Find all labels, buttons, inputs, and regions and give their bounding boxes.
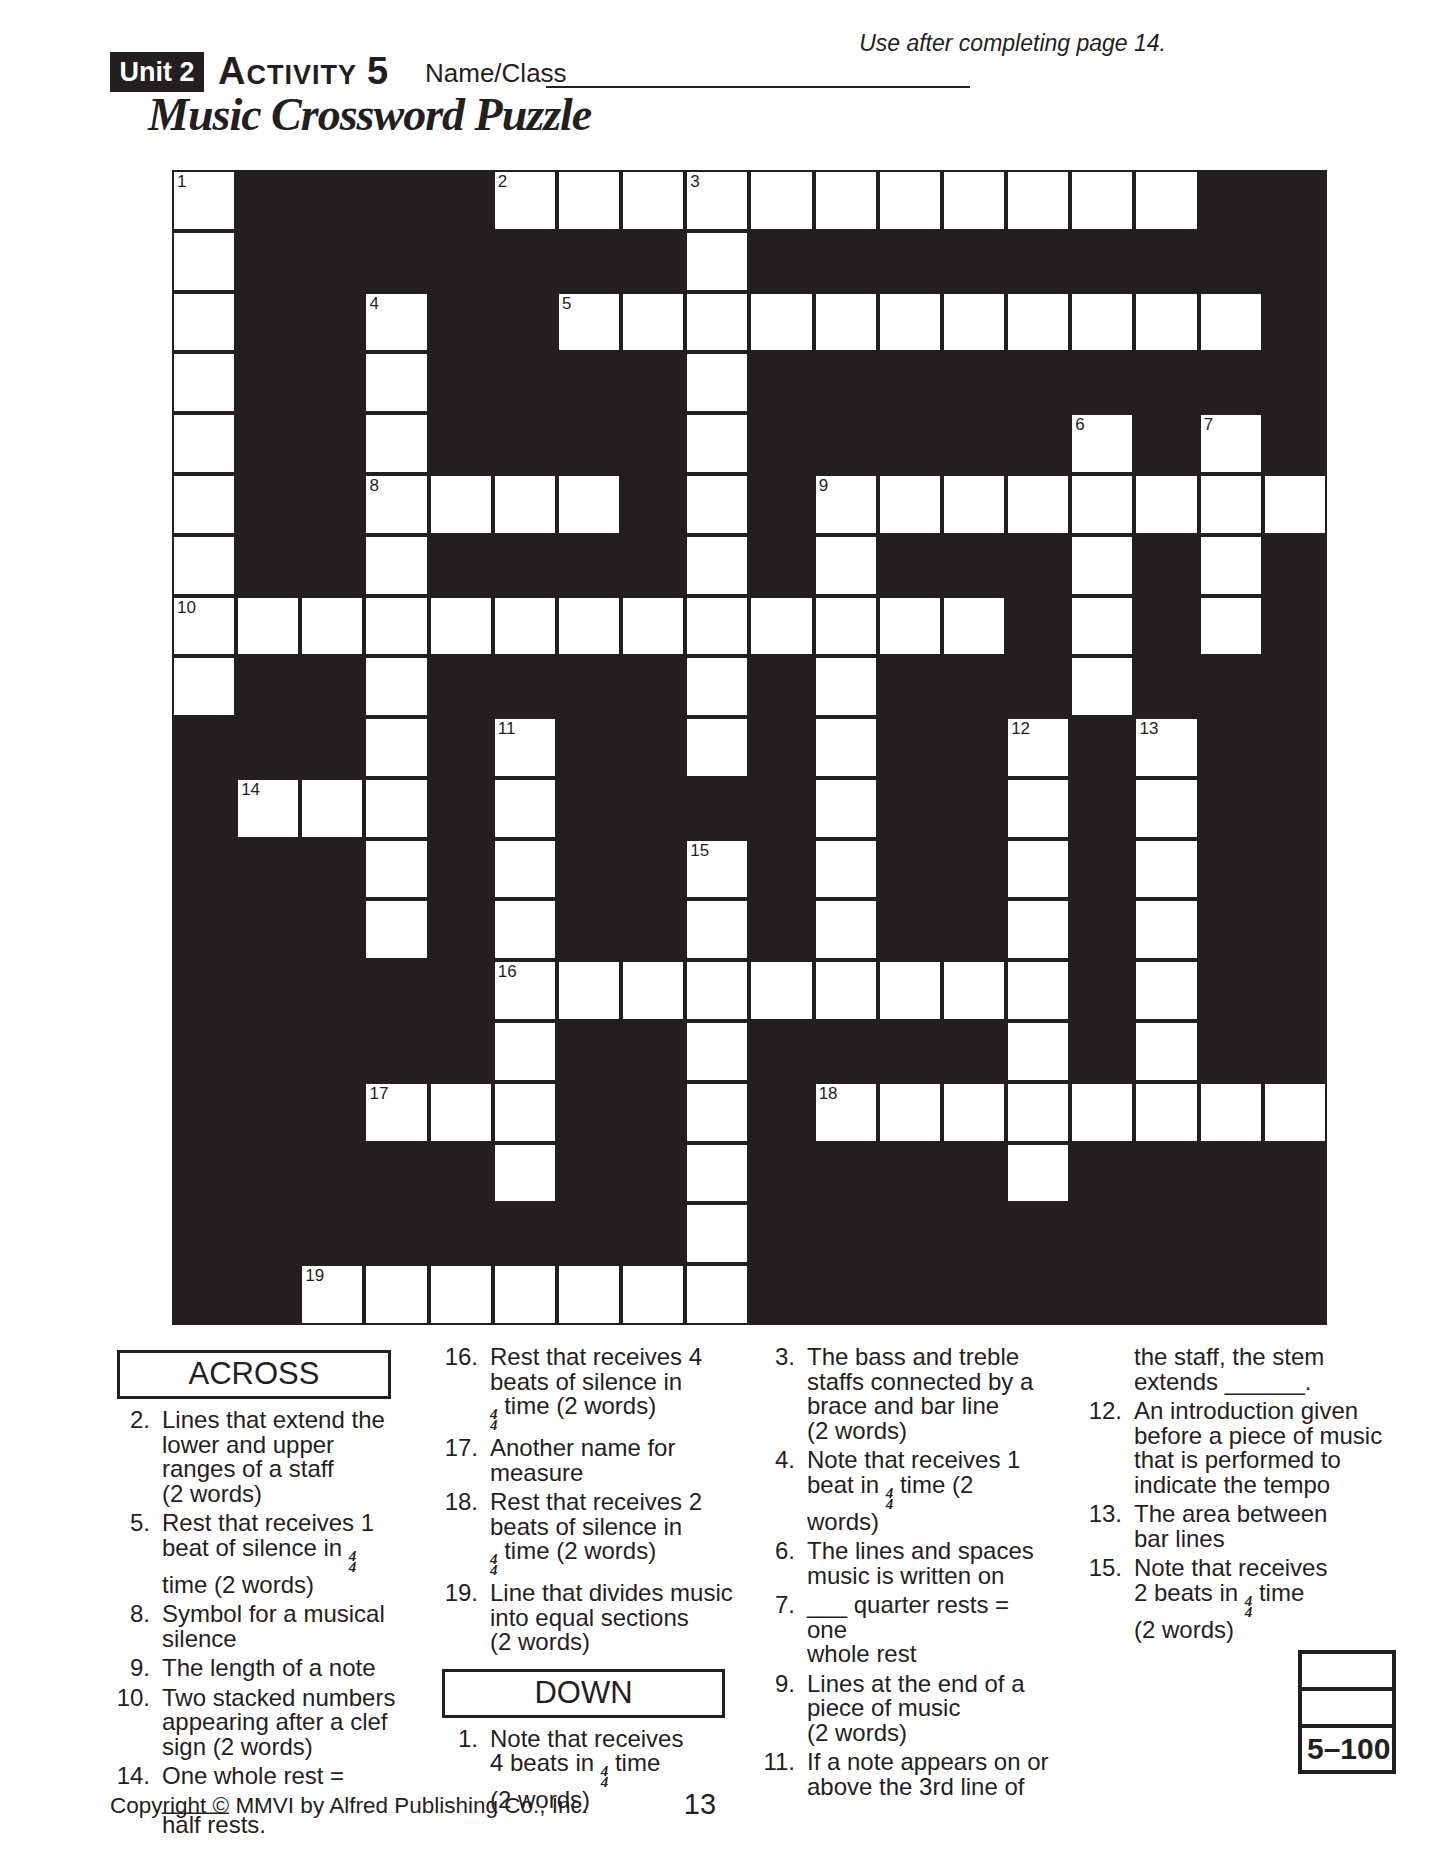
clue-text: Another name formeasure bbox=[490, 1436, 675, 1485]
black-cell-r7c13 bbox=[1006, 596, 1070, 657]
black-cell-r14c2 bbox=[300, 1021, 364, 1082]
black-cell-r3c13 bbox=[1006, 352, 1070, 413]
name-class-blank-line[interactable] bbox=[546, 56, 970, 88]
white-cell-r4c3[interactable] bbox=[364, 413, 428, 474]
white-cell-r8c14[interactable] bbox=[1070, 656, 1134, 717]
clue-text: Rest that receives 4beats of silence in4… bbox=[490, 1345, 702, 1431]
white-cell-r15c3[interactable]: 17 bbox=[364, 1082, 428, 1143]
white-cell-r18c2[interactable]: 19 bbox=[300, 1264, 364, 1325]
black-cell-r14c12 bbox=[942, 1021, 1006, 1082]
white-cell-r15c13[interactable] bbox=[1006, 1082, 1070, 1143]
white-cell-r13c11[interactable] bbox=[878, 960, 942, 1021]
black-cell-r14c17 bbox=[1263, 1021, 1327, 1082]
clue-column-1: ACROSS 2.Lines that extend thelower and … bbox=[100, 1350, 412, 1843]
clue-text: The area betweenbar lines bbox=[1134, 1502, 1327, 1551]
clue-number: 10. bbox=[100, 1686, 162, 1760]
top-right-note: Use after completing page 14. bbox=[800, 30, 1166, 57]
white-cell-r13c12[interactable] bbox=[942, 960, 1006, 1021]
black-cell-r3c4 bbox=[429, 352, 493, 413]
black-cell-r12c14 bbox=[1070, 899, 1134, 960]
white-cell-r0c12[interactable] bbox=[942, 170, 1006, 231]
white-cell-r10c13[interactable] bbox=[1006, 778, 1070, 839]
black-cell-r18c1 bbox=[236, 1264, 300, 1325]
black-cell-r18c9 bbox=[749, 1264, 813, 1325]
white-cell-r11c13[interactable] bbox=[1006, 839, 1070, 900]
black-cell-r6c7 bbox=[621, 535, 685, 596]
white-cell-r18c8[interactable] bbox=[685, 1264, 749, 1325]
white-cell-r0c7[interactable] bbox=[621, 170, 685, 231]
black-cell-r17c9 bbox=[749, 1203, 813, 1264]
clue-number: 7. bbox=[745, 1593, 807, 1667]
clue-across-2: 2.Lines that extend thelower and upperra… bbox=[100, 1408, 412, 1506]
black-cell-r6c1 bbox=[236, 535, 300, 596]
clue-across-5: 5.Rest that receives 1beat of silence in… bbox=[100, 1511, 412, 1597]
black-cell-r8c5 bbox=[493, 656, 557, 717]
black-cell-r18c13 bbox=[1006, 1264, 1070, 1325]
white-cell-r12c8[interactable] bbox=[685, 899, 749, 960]
white-cell-r7c0[interactable]: 10 bbox=[172, 596, 236, 657]
white-cell-r8c3[interactable] bbox=[364, 656, 428, 717]
black-cell-r16c9 bbox=[749, 1143, 813, 1204]
black-cell-r3c6 bbox=[557, 352, 621, 413]
black-cell-r6c12 bbox=[942, 535, 1006, 596]
white-cell-r12c15[interactable] bbox=[1134, 899, 1198, 960]
clue-across-18: 18.Rest that receives 2beats of silence … bbox=[428, 1490, 733, 1576]
white-cell-r10c5[interactable] bbox=[493, 778, 557, 839]
black-cell-r11c1 bbox=[236, 839, 300, 900]
black-cell-r15c0 bbox=[172, 1082, 236, 1143]
black-cell-r8c2 bbox=[300, 656, 364, 717]
white-cell-r15c10[interactable]: 18 bbox=[814, 1082, 878, 1143]
white-cell-r10c15[interactable] bbox=[1134, 778, 1198, 839]
white-cell-r12c13[interactable] bbox=[1006, 899, 1070, 960]
white-cell-r16c13[interactable] bbox=[1006, 1143, 1070, 1204]
white-cell-r9c10[interactable] bbox=[814, 717, 878, 778]
clue-text: Rest that receives 1beat of silence in 4… bbox=[162, 1511, 374, 1597]
white-cell-r6c14[interactable] bbox=[1070, 535, 1134, 596]
white-cell-r4c16[interactable]: 7 bbox=[1199, 413, 1263, 474]
black-cell-r0c3 bbox=[364, 170, 428, 231]
black-cell-r1c4 bbox=[429, 231, 493, 292]
black-cell-r9c16 bbox=[1199, 717, 1263, 778]
black-cell-r17c11 bbox=[878, 1203, 942, 1264]
white-cell-r12c3[interactable] bbox=[364, 899, 428, 960]
white-cell-r7c16[interactable] bbox=[1199, 596, 1263, 657]
white-cell-r2c3[interactable]: 4 bbox=[364, 292, 428, 353]
clue-text: An introduction givenbefore a piece of m… bbox=[1134, 1399, 1382, 1497]
white-cell-r10c10[interactable] bbox=[814, 778, 878, 839]
white-cell-r1c0[interactable] bbox=[172, 231, 236, 292]
black-cell-r4c4 bbox=[429, 413, 493, 474]
black-cell-r10c8 bbox=[685, 778, 749, 839]
clue-text: the staff, the stemextends ______. bbox=[1134, 1345, 1324, 1394]
black-cell-r12c1 bbox=[236, 899, 300, 960]
white-cell-r7c7[interactable] bbox=[621, 596, 685, 657]
black-cell-r15c2 bbox=[300, 1082, 364, 1143]
black-cell-r18c12 bbox=[942, 1264, 1006, 1325]
black-cell-r18c17 bbox=[1263, 1264, 1327, 1325]
white-cell-r16c8[interactable] bbox=[685, 1143, 749, 1204]
black-cell-r8c4 bbox=[429, 656, 493, 717]
white-cell-r4c14[interactable]: 6 bbox=[1070, 413, 1134, 474]
black-cell-r5c2 bbox=[300, 474, 364, 535]
black-cell-r4c7 bbox=[621, 413, 685, 474]
white-cell-r13c13[interactable] bbox=[1006, 960, 1070, 1021]
clue-down-7: 7.___ quarter rests = onewhole rest bbox=[745, 1593, 1050, 1667]
clue-number: 19. bbox=[428, 1581, 490, 1655]
four-four-time-signature: 44 bbox=[490, 1409, 498, 1431]
white-cell-r2c16[interactable] bbox=[1199, 292, 1263, 353]
clue-across-9: 9.The length of a note bbox=[100, 1656, 412, 1681]
clue-down-9: 9.Lines at the end of apiece of music(2 … bbox=[745, 1672, 1050, 1746]
black-cell-r18c15 bbox=[1134, 1264, 1198, 1325]
clue-number: 5. bbox=[100, 1511, 162, 1597]
white-cell-r4c8[interactable] bbox=[685, 413, 749, 474]
white-cell-r4c0[interactable] bbox=[172, 413, 236, 474]
white-cell-r7c3[interactable] bbox=[364, 596, 428, 657]
clue-column-3: 3.The bass and treblestaffs connected by… bbox=[745, 1345, 1050, 1804]
white-cell-r10c1[interactable]: 14 bbox=[236, 778, 300, 839]
white-cell-r16c5[interactable] bbox=[493, 1143, 557, 1204]
black-cell-r15c9 bbox=[749, 1082, 813, 1143]
white-cell-r7c2[interactable] bbox=[300, 596, 364, 657]
white-cell-r5c4[interactable] bbox=[429, 474, 493, 535]
black-cell-r1c9 bbox=[749, 231, 813, 292]
black-cell-r8c6 bbox=[557, 656, 621, 717]
black-cell-r14c11 bbox=[878, 1021, 942, 1082]
white-cell-r11c3[interactable] bbox=[364, 839, 428, 900]
white-cell-r15c11[interactable] bbox=[878, 1082, 942, 1143]
black-cell-r15c7 bbox=[621, 1082, 685, 1143]
black-cell-r13c17 bbox=[1263, 960, 1327, 1021]
black-cell-r8c17 bbox=[1263, 656, 1327, 717]
black-cell-r17c3 bbox=[364, 1203, 428, 1264]
white-cell-r15c15[interactable] bbox=[1134, 1082, 1198, 1143]
clue-number: 17. bbox=[428, 1436, 490, 1485]
black-cell-r16c4 bbox=[429, 1143, 493, 1204]
white-cell-r7c9[interactable] bbox=[749, 596, 813, 657]
white-cell-r5c11[interactable] bbox=[878, 474, 942, 535]
white-cell-r7c6[interactable] bbox=[557, 596, 621, 657]
black-cell-r12c4 bbox=[429, 899, 493, 960]
black-cell-r14c14 bbox=[1070, 1021, 1134, 1082]
white-cell-r2c9[interactable] bbox=[749, 292, 813, 353]
white-cell-r2c0[interactable] bbox=[172, 292, 236, 353]
white-cell-r10c3[interactable] bbox=[364, 778, 428, 839]
black-cell-r8c15 bbox=[1134, 656, 1198, 717]
white-cell-r7c5[interactable] bbox=[493, 596, 557, 657]
clue-number: 3. bbox=[745, 1345, 807, 1443]
white-cell-r9c3[interactable] bbox=[364, 717, 428, 778]
clue-across-8: 8.Symbol for a musicalsilence bbox=[100, 1602, 412, 1651]
white-cell-r5c8[interactable] bbox=[685, 474, 749, 535]
white-cell-r3c3[interactable] bbox=[364, 352, 428, 413]
black-cell-r18c0 bbox=[172, 1264, 236, 1325]
black-cell-r3c2 bbox=[300, 352, 364, 413]
grid-number-19: 19 bbox=[305, 1266, 324, 1285]
white-cell-r5c13[interactable] bbox=[1006, 474, 1070, 535]
white-cell-r0c8[interactable]: 3 bbox=[685, 170, 749, 231]
clue-text: Two stacked numbersappearing after a cle… bbox=[162, 1686, 395, 1760]
black-cell-r11c14 bbox=[1070, 839, 1134, 900]
grid-number-15: 15 bbox=[690, 841, 709, 860]
black-cell-r0c4 bbox=[429, 170, 493, 231]
footer-copyright: Copyright © MMVI by Alfred Publishing Co… bbox=[110, 1793, 588, 1819]
grid-number-4: 4 bbox=[369, 294, 378, 313]
white-cell-r12c5[interactable] bbox=[493, 899, 557, 960]
clue-number: 2. bbox=[100, 1408, 162, 1506]
black-cell-r17c1 bbox=[236, 1203, 300, 1264]
white-cell-r15c4[interactable] bbox=[429, 1082, 493, 1143]
white-cell-r9c5[interactable]: 11 bbox=[493, 717, 557, 778]
black-cell-r16c7 bbox=[621, 1143, 685, 1204]
score-box-points-label: 5–100 bbox=[1302, 1728, 1392, 1770]
black-cell-r10c17 bbox=[1263, 778, 1327, 839]
score-box-row[interactable] bbox=[1302, 1691, 1392, 1728]
white-cell-r2c14[interactable] bbox=[1070, 292, 1134, 353]
white-cell-r11c15[interactable] bbox=[1134, 839, 1198, 900]
white-cell-r2c7[interactable] bbox=[621, 292, 685, 353]
white-cell-r3c0[interactable] bbox=[172, 352, 236, 413]
white-cell-r7c10[interactable] bbox=[814, 596, 878, 657]
black-cell-r17c0 bbox=[172, 1203, 236, 1264]
white-cell-r1c8[interactable] bbox=[685, 231, 749, 292]
white-cell-r5c5[interactable] bbox=[493, 474, 557, 535]
black-cell-r15c6 bbox=[557, 1082, 621, 1143]
white-cell-r15c14[interactable] bbox=[1070, 1082, 1134, 1143]
clue-down-11: 11.If a note appears on orabove the 3rd … bbox=[745, 1750, 1050, 1799]
white-cell-r18c3[interactable] bbox=[364, 1264, 428, 1325]
clue-across-10: 10.Two stacked numbersappearing after a … bbox=[100, 1686, 412, 1760]
white-cell-r2c10[interactable] bbox=[814, 292, 878, 353]
white-cell-r7c1[interactable] bbox=[236, 596, 300, 657]
clue-across-16: 16.Rest that receives 4beats of silence … bbox=[428, 1345, 733, 1431]
white-cell-r11c5[interactable] bbox=[493, 839, 557, 900]
clue-text: If a note appears on orabove the 3rd lin… bbox=[807, 1750, 1049, 1799]
black-cell-r12c11 bbox=[878, 899, 942, 960]
white-cell-r5c14[interactable] bbox=[1070, 474, 1134, 535]
white-cell-r15c5[interactable] bbox=[493, 1082, 557, 1143]
white-cell-r2c8[interactable] bbox=[685, 292, 749, 353]
black-cell-r3c7 bbox=[621, 352, 685, 413]
clue-text: ___ quarter rests = onewhole rest bbox=[807, 1593, 1050, 1667]
white-cell-r7c11[interactable] bbox=[878, 596, 942, 657]
clue-number: 18. bbox=[428, 1490, 490, 1576]
white-cell-r17c8[interactable] bbox=[685, 1203, 749, 1264]
white-cell-r3c8[interactable] bbox=[685, 352, 749, 413]
white-cell-r0c10[interactable] bbox=[814, 170, 878, 231]
black-cell-r1c3 bbox=[364, 231, 428, 292]
white-cell-r11c8[interactable]: 15 bbox=[685, 839, 749, 900]
white-cell-r5c15[interactable] bbox=[1134, 474, 1198, 535]
black-cell-r17c15 bbox=[1134, 1203, 1198, 1264]
white-cell-r8c10[interactable] bbox=[814, 656, 878, 717]
white-cell-r6c3[interactable] bbox=[364, 535, 428, 596]
white-cell-r18c5[interactable] bbox=[493, 1264, 557, 1325]
black-cell-r18c14 bbox=[1070, 1264, 1134, 1325]
clue-across-19: 19.Line that divides musicinto equal sec… bbox=[428, 1581, 733, 1655]
black-cell-r10c6 bbox=[557, 778, 621, 839]
black-cell-r14c0 bbox=[172, 1021, 236, 1082]
clue-number: 9. bbox=[745, 1672, 807, 1746]
black-cell-r11c4 bbox=[429, 839, 493, 900]
white-cell-r5c16[interactable] bbox=[1199, 474, 1263, 535]
white-cell-r0c13[interactable] bbox=[1006, 170, 1070, 231]
black-cell-r8c13 bbox=[1006, 656, 1070, 717]
white-cell-r8c0[interactable] bbox=[172, 656, 236, 717]
white-cell-r13c10[interactable] bbox=[814, 960, 878, 1021]
white-cell-r15c12[interactable] bbox=[942, 1082, 1006, 1143]
white-cell-r5c12[interactable] bbox=[942, 474, 1006, 535]
black-cell-r14c9 bbox=[749, 1021, 813, 1082]
white-cell-r2c13[interactable] bbox=[1006, 292, 1070, 353]
black-cell-r3c15 bbox=[1134, 352, 1198, 413]
white-cell-r10c2[interactable] bbox=[300, 778, 364, 839]
white-cell-r5c0[interactable] bbox=[172, 474, 236, 535]
white-cell-r18c4[interactable] bbox=[429, 1264, 493, 1325]
grid-number-16: 16 bbox=[498, 962, 517, 981]
clue-text: Rest that receives 2beats of silence in4… bbox=[490, 1490, 702, 1576]
black-cell-r13c4 bbox=[429, 960, 493, 1021]
white-cell-r2c15[interactable] bbox=[1134, 292, 1198, 353]
black-cell-r2c5 bbox=[493, 292, 557, 353]
score-box-row[interactable] bbox=[1302, 1654, 1392, 1691]
white-cell-r18c7[interactable] bbox=[621, 1264, 685, 1325]
black-cell-r5c9 bbox=[749, 474, 813, 535]
black-cell-r16c1 bbox=[236, 1143, 300, 1204]
black-cell-r1c6 bbox=[557, 231, 621, 292]
white-cell-r14c8[interactable] bbox=[685, 1021, 749, 1082]
white-cell-r15c8[interactable] bbox=[685, 1082, 749, 1143]
white-cell-r0c6[interactable] bbox=[557, 170, 621, 231]
clue-across-17: 17.Another name formeasure bbox=[428, 1436, 733, 1485]
black-cell-r13c1 bbox=[236, 960, 300, 1021]
black-cell-r3c14 bbox=[1070, 352, 1134, 413]
grid-number-14: 14 bbox=[241, 780, 260, 799]
black-cell-r6c5 bbox=[493, 535, 557, 596]
white-cell-r15c17[interactable] bbox=[1263, 1082, 1327, 1143]
white-cell-r12c10[interactable] bbox=[814, 899, 878, 960]
black-cell-r3c17 bbox=[1263, 352, 1327, 413]
white-cell-r18c6[interactable] bbox=[557, 1264, 621, 1325]
black-cell-r6c6 bbox=[557, 535, 621, 596]
black-cell-r14c16 bbox=[1199, 1021, 1263, 1082]
grid-number-13: 13 bbox=[1139, 719, 1158, 738]
black-cell-r1c10 bbox=[814, 231, 878, 292]
white-cell-r0c11[interactable] bbox=[878, 170, 942, 231]
black-cell-r9c12 bbox=[942, 717, 1006, 778]
grid-number-11: 11 bbox=[498, 719, 516, 738]
black-cell-r17c10 bbox=[814, 1203, 878, 1264]
white-cell-r7c8[interactable] bbox=[685, 596, 749, 657]
white-cell-r7c14[interactable] bbox=[1070, 596, 1134, 657]
black-cell-r12c6 bbox=[557, 899, 621, 960]
white-cell-r5c10[interactable]: 9 bbox=[814, 474, 878, 535]
clue-down-4: 4.Note that receives 1beat in 44 time (2… bbox=[745, 1448, 1050, 1534]
black-cell-r11c7 bbox=[621, 839, 685, 900]
white-cell-r6c10[interactable] bbox=[814, 535, 878, 596]
white-cell-r13c15[interactable] bbox=[1134, 960, 1198, 1021]
white-cell-r6c0[interactable] bbox=[172, 535, 236, 596]
white-cell-r13c9[interactable] bbox=[749, 960, 813, 1021]
clue-text: Lines that extend thelower and upperrang… bbox=[162, 1408, 385, 1506]
black-cell-r1c11 bbox=[878, 231, 942, 292]
white-cell-r0c0[interactable]: 1 bbox=[172, 170, 236, 231]
white-cell-r5c3[interactable]: 8 bbox=[364, 474, 428, 535]
white-cell-r5c6[interactable] bbox=[557, 474, 621, 535]
black-cell-r2c17 bbox=[1263, 292, 1327, 353]
black-cell-r11c17 bbox=[1263, 839, 1327, 900]
across-header: ACROSS bbox=[117, 1350, 391, 1399]
unit-badge: Unit 2 bbox=[110, 52, 204, 92]
white-cell-r7c4[interactable] bbox=[429, 596, 493, 657]
black-cell-r7c15 bbox=[1134, 596, 1198, 657]
grid-number-1: 1 bbox=[177, 172, 186, 191]
white-cell-r0c9[interactable] bbox=[749, 170, 813, 231]
white-cell-r5c17[interactable] bbox=[1263, 474, 1327, 535]
white-cell-r11c10[interactable] bbox=[814, 839, 878, 900]
white-cell-r15c16[interactable] bbox=[1199, 1082, 1263, 1143]
grid-number-3: 3 bbox=[690, 172, 699, 191]
black-cell-r12c12 bbox=[942, 899, 1006, 960]
clue-down-6: 6.The lines and spacesmusic is written o… bbox=[745, 1539, 1050, 1588]
white-cell-r2c12[interactable] bbox=[942, 292, 1006, 353]
white-cell-r2c11[interactable] bbox=[878, 292, 942, 353]
black-cell-r1c16 bbox=[1199, 231, 1263, 292]
white-cell-r8c8[interactable] bbox=[685, 656, 749, 717]
black-cell-r13c16 bbox=[1199, 960, 1263, 1021]
black-cell-r16c16 bbox=[1199, 1143, 1263, 1204]
white-cell-r2c6[interactable]: 5 bbox=[557, 292, 621, 353]
white-cell-r14c15[interactable] bbox=[1134, 1021, 1198, 1082]
black-cell-r6c4 bbox=[429, 535, 493, 596]
white-cell-r9c8[interactable] bbox=[685, 717, 749, 778]
black-cell-r13c14 bbox=[1070, 960, 1134, 1021]
white-cell-r9c15[interactable]: 13 bbox=[1134, 717, 1198, 778]
black-cell-r4c2 bbox=[300, 413, 364, 474]
black-cell-r3c12 bbox=[942, 352, 1006, 413]
black-cell-r4c6 bbox=[557, 413, 621, 474]
white-cell-r13c7[interactable] bbox=[621, 960, 685, 1021]
white-cell-r0c5[interactable]: 2 bbox=[493, 170, 557, 231]
white-cell-r6c8[interactable] bbox=[685, 535, 749, 596]
black-cell-r17c5 bbox=[493, 1203, 557, 1264]
black-cell-r8c1 bbox=[236, 656, 300, 717]
clue-down-15: 15.Note that receives2 beats in 44 time(… bbox=[1072, 1556, 1387, 1642]
black-cell-r16c10 bbox=[814, 1143, 878, 1204]
white-cell-r14c5[interactable] bbox=[493, 1021, 557, 1082]
down-header: DOWN bbox=[442, 1669, 725, 1718]
white-cell-r9c13[interactable]: 12 bbox=[1006, 717, 1070, 778]
black-cell-r10c16 bbox=[1199, 778, 1263, 839]
black-cell-r10c14 bbox=[1070, 778, 1134, 839]
white-cell-r14c13[interactable] bbox=[1006, 1021, 1070, 1082]
white-cell-r13c6[interactable] bbox=[557, 960, 621, 1021]
black-cell-r12c16 bbox=[1199, 899, 1263, 960]
white-cell-r13c5[interactable]: 16 bbox=[493, 960, 557, 1021]
black-cell-r10c12 bbox=[942, 778, 1006, 839]
white-cell-r0c14[interactable] bbox=[1070, 170, 1134, 231]
white-cell-r7c12[interactable] bbox=[942, 596, 1006, 657]
white-cell-r6c16[interactable] bbox=[1199, 535, 1263, 596]
four-four-time-signature: 44 bbox=[1245, 1596, 1253, 1618]
black-cell-r10c9 bbox=[749, 778, 813, 839]
black-cell-r9c2 bbox=[300, 717, 364, 778]
white-cell-r13c8[interactable] bbox=[685, 960, 749, 1021]
black-cell-r0c2 bbox=[300, 170, 364, 231]
clue-number: 15. bbox=[1072, 1556, 1134, 1642]
white-cell-r0c15[interactable] bbox=[1134, 170, 1198, 231]
